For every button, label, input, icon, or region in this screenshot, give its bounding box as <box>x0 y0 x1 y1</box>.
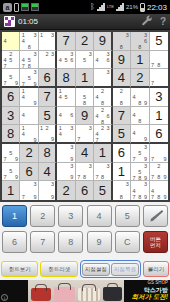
pencil-marks: 149 <box>20 125 37 142</box>
pen-icon <box>147 209 163 223</box>
given-digit: 9 <box>94 32 110 50</box>
cell-r4c4[interactable]: 145 <box>57 88 75 107</box>
pencil-mode-button[interactable] <box>143 205 168 227</box>
pencil-marks: 579 <box>2 163 19 181</box>
cell-r2c2[interactable]: 34578 <box>20 51 38 70</box>
number-button-6[interactable]: 6 <box>2 231 27 253</box>
user-digit: 6 <box>113 144 130 162</box>
pencil-marks: 368 <box>131 32 148 50</box>
pencil-marks: 145 <box>57 88 74 106</box>
pencil-marks: 34789 <box>131 181 148 200</box>
cell-r9c6[interactable]: 5 <box>94 181 112 200</box>
given-digit: 7 <box>113 107 130 125</box>
pencil-marks: 579 <box>2 69 19 86</box>
hint-reset-button[interactable]: 힌트리셋 <box>40 261 77 277</box>
phone-screen: a ᛒ LTE 21% 22:03 01:05 ? 41348137293836 <box>0 0 170 302</box>
notification-icon <box>31 3 39 11</box>
given-digit: 5 <box>39 107 55 125</box>
given-digit: 6 <box>20 163 37 181</box>
cell-r6c8[interactable]: 49 <box>131 125 149 144</box>
given-digit: 4 <box>76 144 93 162</box>
game-timer: 01:05 <box>18 17 38 26</box>
cell-r5c4[interactable]: 46 <box>57 107 75 126</box>
ad-brand: GS SHOP <box>132 281 168 286</box>
cell-r4c3[interactable]: 7 <box>39 88 57 107</box>
given-digit: 6 <box>76 181 93 200</box>
cell-r2c9[interactable]: 78 <box>150 51 168 70</box>
pencil-marks: 378 <box>76 163 93 181</box>
cell-r7c4[interactable]: 39 <box>57 144 75 163</box>
cell-r7c1[interactable]: 579 <box>2 144 20 163</box>
cell-r6c6[interactable]: 2347 <box>94 125 112 144</box>
cell-r2c3[interactable]: 23 <box>39 51 57 70</box>
ad-title: 닥스가방 <box>132 287 168 293</box>
cell-r6c7[interactable]: 5 <box>113 125 131 144</box>
sudoku-board: 4134813729383685245734578233456353469178… <box>0 30 170 202</box>
ad-banner[interactable]: GS SHOP 닥스가방 최저가 도전! i <box>0 280 170 302</box>
signal-bars-icon <box>116 3 124 11</box>
cell-r7c8[interactable]: 3579 <box>131 144 149 163</box>
given-digit: 4 <box>39 163 55 181</box>
cell-r3c5[interactable]: 1 <box>76 69 94 88</box>
cell-r3c4[interactable]: 8 <box>57 69 75 88</box>
cell-r9c3[interactable]: 39 <box>39 181 57 200</box>
pencil-marks: 129 <box>39 125 55 142</box>
app-bar: 01:05 ? <box>0 14 170 30</box>
cell-r4c9[interactable]: 3 <box>150 88 168 107</box>
cell-r5c6[interactable]: 2468 <box>94 107 112 126</box>
pencil-marks: 2457 <box>2 51 19 69</box>
given-digit: 6 <box>39 69 55 86</box>
cell-r4c8[interactable]: 489 <box>131 88 149 107</box>
bluetooth-icon: ᛒ <box>90 3 95 11</box>
pencil-marks: 378 <box>94 163 110 181</box>
pencil-marks: 13 <box>39 32 55 50</box>
number-button-8[interactable]: 8 <box>58 231 83 253</box>
undo-button[interactable]: 물리기 <box>143 261 169 277</box>
pencil-marks: 149 <box>20 88 37 106</box>
pencil-marks: 346 <box>94 51 110 69</box>
pencil-marks: 23 <box>39 51 55 69</box>
pencil-marks: 248 <box>94 88 110 106</box>
ad-tagline: 최저가 도전! <box>132 294 168 301</box>
cell-r2c6[interactable]: 346 <box>94 51 112 70</box>
cell-r7c3[interactable]: 8 <box>39 144 57 163</box>
pencil-marks: 46 <box>57 107 74 125</box>
cell-r9c4[interactable]: 2 <box>57 181 75 200</box>
cell-r1c7[interactable]: 38 <box>113 32 131 51</box>
cell-r3c7[interactable]: 4 <box>113 69 131 88</box>
checkpoint-restore-button[interactable]: 지점복원 <box>111 263 139 276</box>
cell-r1c2[interactable]: 1348 <box>20 32 38 51</box>
cell-r6c3[interactable]: 129 <box>39 125 57 144</box>
cell-r5c5[interactable]: 9 <box>76 107 94 126</box>
pencil-marks: 3579 <box>20 69 37 86</box>
button-first-mode-button[interactable]: 버튼먼저 <box>143 231 168 253</box>
pencil-marks: 39 <box>39 181 55 200</box>
user-digit: 1 <box>113 163 130 181</box>
pencil-marks: 34578 <box>20 51 37 69</box>
cell-r4c6[interactable]: 248 <box>94 88 112 107</box>
lte-label: LTE <box>107 5 114 9</box>
pencil-marks: 28 <box>113 88 130 106</box>
cell-r8c6[interactable]: 378 <box>94 163 112 182</box>
clock: 22:03 <box>147 3 167 12</box>
cell-r5c9[interactable]: 1 <box>150 107 168 126</box>
pencil-marks: 39 <box>57 163 74 181</box>
cell-r7c6[interactable]: 1 <box>94 144 112 163</box>
number-button-7[interactable]: 7 <box>30 231 55 253</box>
pencil-marks: 3579 <box>131 144 148 162</box>
cell-r1c8[interactable]: 368 <box>131 32 149 51</box>
notification-app-icon: a <box>3 3 12 12</box>
number-button-9[interactable]: 9 <box>87 231 112 253</box>
cell-r9c5[interactable]: 6 <box>76 181 94 200</box>
pencil-marks: 78 <box>150 51 168 69</box>
cell-r8c5[interactable]: 378 <box>76 163 94 182</box>
cell-r8c8[interactable]: 35789 <box>131 163 149 182</box>
given-digit: 6 <box>2 88 19 106</box>
pencil-marks: 379 <box>20 181 37 200</box>
number-button-1[interactable]: 1 <box>2 205 27 227</box>
pencil-marks: 35 <box>76 51 93 69</box>
cell-r1c3[interactable]: 13 <box>39 32 57 51</box>
cell-r9c1[interactable]: 1 <box>2 181 20 200</box>
given-digit: 7 <box>39 88 55 106</box>
pencil-marks: 2789 <box>150 163 168 181</box>
cell-r7c9[interactable]: 79 <box>150 144 168 163</box>
ad-photo <box>28 280 124 302</box>
cell-r9c8[interactable]: 34789 <box>131 181 149 200</box>
cell-r5c8[interactable]: 48 <box>131 107 149 126</box>
pencil-marks: 3456 <box>57 51 74 69</box>
given-digit: 2 <box>20 144 37 162</box>
cell-r1c4[interactable]: 7 <box>57 32 75 51</box>
cell-r2c8[interactable]: 1 <box>131 51 149 70</box>
pencil-marks: 3 <box>94 69 110 86</box>
vibrate-icon <box>14 3 19 12</box>
pencil-marks: 39 <box>57 144 74 162</box>
clear-button[interactable]: C <box>115 231 140 253</box>
action-button-row: 힌트보기 힌트리셋 지점설정 지점복원 물리기 <box>0 258 170 280</box>
notification-icon <box>21 3 29 11</box>
pencil-marks: 58 <box>76 88 93 106</box>
given-digit: 5 <box>113 125 130 142</box>
pencil-marks: 579 <box>2 144 19 162</box>
user-digit: 6 <box>150 125 168 142</box>
cell-r3c9[interactable]: 7 <box>150 69 168 88</box>
pencil-marks: 4789 <box>150 181 168 200</box>
cell-r4c1[interactable]: 6 <box>2 88 20 107</box>
user-digit: 3 <box>150 88 168 106</box>
given-digit: 2 <box>131 69 148 86</box>
given-digit: 2 <box>76 32 93 50</box>
hint-view-button[interactable]: 힌트보기 <box>1 261 38 277</box>
sudoku-app-icon <box>4 16 15 27</box>
cell-r1c9[interactable]: 5 <box>150 32 168 51</box>
given-digit: 9 <box>113 51 130 69</box>
given-digit: 1 <box>94 144 110 162</box>
cell-r8c2[interactable]: 6 <box>20 163 38 182</box>
checkpoint-set-button[interactable]: 지점설정 <box>82 263 110 276</box>
cell-r7c2[interactable]: 2 <box>20 144 38 163</box>
number-button-5[interactable]: 5 <box>115 205 140 227</box>
given-digit: 5 <box>94 181 110 200</box>
cell-r6c9[interactable]: 6 <box>150 125 168 144</box>
cell-r8c9[interactable]: 2789 <box>150 163 168 182</box>
cell-r5c2[interactable]: 4 <box>20 107 38 126</box>
help-icon[interactable]: ? <box>160 16 166 27</box>
pencil-marks: 38 <box>113 32 130 50</box>
given-digit: 8 <box>39 144 55 162</box>
cell-r4c5[interactable]: 58 <box>76 88 94 107</box>
given-digit: 3 <box>2 107 19 125</box>
pencil-marks: 4 <box>20 107 37 125</box>
number-button-4[interactable]: 4 <box>87 205 112 227</box>
cell-r3c1[interactable]: 579 <box>2 69 20 88</box>
number-keypad: 123456789C버튼먼저 <box>0 202 170 258</box>
cell-r5c3[interactable]: 5 <box>39 107 57 126</box>
cell-r4c2[interactable]: 149 <box>20 88 38 107</box>
cell-r8c3[interactable]: 4 <box>39 163 57 182</box>
given-digit: 1 <box>2 181 19 200</box>
battery-percent: 21% <box>126 4 138 10</box>
cell-r4c7[interactable]: 28 <box>113 88 131 107</box>
cell-r9c7[interactable]: 38 <box>113 181 131 200</box>
signal-bars-icon <box>97 3 105 11</box>
number-button-3[interactable]: 3 <box>58 205 83 227</box>
cell-r3c6[interactable]: 3 <box>94 69 112 88</box>
pencil-marks: 35789 <box>131 163 148 181</box>
user-digit: 5 <box>150 32 168 50</box>
cell-r2c4[interactable]: 3456 <box>57 51 75 70</box>
given-digit: 1 <box>76 69 93 86</box>
battery-icon <box>140 3 145 12</box>
pencil-marks: 134 <box>57 125 74 142</box>
handbag-image <box>103 287 122 301</box>
given-digit: 8 <box>2 125 19 142</box>
cell-r3c2[interactable]: 3579 <box>20 69 38 88</box>
given-digit: 9 <box>76 107 93 125</box>
cell-r2c1[interactable]: 2457 <box>2 51 20 70</box>
cell-r7c5[interactable]: 4 <box>76 144 94 163</box>
cell-r3c3[interactable]: 6 <box>39 69 57 88</box>
pencil-marks: 38 <box>113 181 130 200</box>
pencil-marks: 489 <box>131 88 148 106</box>
cell-r6c1[interactable]: 8 <box>2 125 20 144</box>
cell-r8c1[interactable]: 579 <box>2 163 20 182</box>
cell-r2c7[interactable]: 9 <box>113 51 131 70</box>
cell-r9c2[interactable]: 379 <box>20 181 38 200</box>
given-digit: 7 <box>57 32 74 50</box>
handbag-image <box>78 288 100 301</box>
cell-r9c9[interactable]: 4789 <box>150 181 168 200</box>
pencil-marks: 79 <box>150 144 168 162</box>
pencil-marks: 37 <box>76 125 93 142</box>
cell-r7c7[interactable]: 6 <box>113 144 131 163</box>
cell-r1c1[interactable]: 4 <box>2 32 20 51</box>
cell-r6c2[interactable]: 149 <box>20 125 38 144</box>
pencil-marks: 48 <box>131 107 148 125</box>
ad-info-icon[interactable]: i <box>1 294 8 301</box>
pencil-marks: 4 <box>2 32 19 50</box>
handbag-image <box>31 288 51 301</box>
cell-r1c5[interactable]: 2 <box>76 32 94 51</box>
given-digit: 4 <box>113 69 130 86</box>
cell-r1c6[interactable]: 9 <box>94 32 112 51</box>
handbag-image <box>54 287 75 301</box>
cell-r8c4[interactable]: 39 <box>57 163 75 182</box>
pencil-marks: 2468 <box>94 107 110 125</box>
cell-r6c5[interactable]: 37 <box>76 125 94 144</box>
notification-icons: a <box>3 3 39 12</box>
given-digit: 2 <box>57 181 74 200</box>
user-digit: 1 <box>150 107 168 125</box>
pencil-marks: 7 <box>150 69 168 86</box>
cell-r5c1[interactable]: 3 <box>2 107 20 126</box>
cell-r2c5[interactable]: 35 <box>76 51 94 70</box>
pencil-marks: 49 <box>131 125 148 142</box>
pencil-marks: 1348 <box>20 32 37 50</box>
given-digit: 1 <box>131 51 148 69</box>
cell-r6c4[interactable]: 134 <box>57 125 75 144</box>
cell-r5c7[interactable]: 7 <box>113 107 131 126</box>
number-button-2[interactable]: 2 <box>30 205 55 227</box>
settings-wrench-icon[interactable] <box>141 13 153 31</box>
checkpoint-button-group: 지점설정 지점복원 <box>80 260 141 278</box>
cell-r3c8[interactable]: 2 <box>131 69 149 88</box>
cell-r8c7[interactable]: 1 <box>113 163 131 182</box>
pencil-marks: 2347 <box>94 125 110 142</box>
given-digit: 8 <box>57 69 74 86</box>
